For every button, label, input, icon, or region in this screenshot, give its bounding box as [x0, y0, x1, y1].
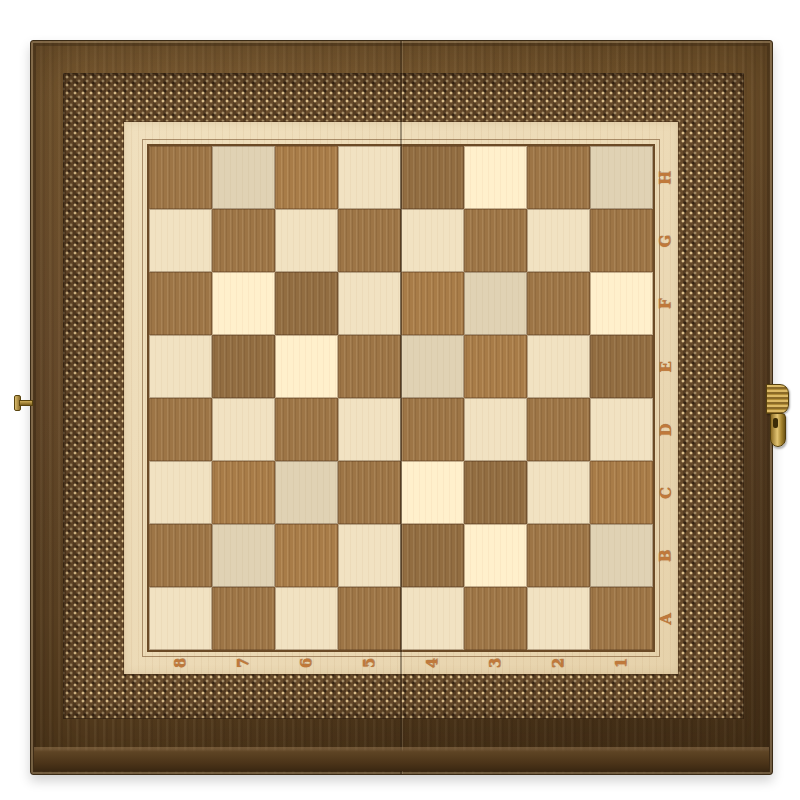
square: [212, 461, 275, 524]
square: [149, 587, 212, 650]
file-label: F: [652, 272, 679, 335]
square: [338, 461, 401, 524]
square: [464, 587, 527, 650]
rank-label-text: 7: [235, 657, 253, 667]
square: [149, 209, 212, 272]
square: [212, 335, 275, 398]
file-label-text: A: [656, 613, 674, 625]
rank-labels: 87654321: [149, 650, 653, 675]
file-label-text: B: [657, 549, 675, 562]
rank-label: 7: [212, 650, 275, 675]
square: [464, 335, 527, 398]
clasp-ridges: [766, 384, 789, 414]
square: [275, 524, 338, 587]
square: [464, 461, 527, 524]
square: [401, 524, 464, 587]
board-bottom-edge: [34, 747, 769, 771]
square: [149, 398, 212, 461]
square: [149, 524, 212, 587]
square: [590, 461, 653, 524]
rank-label: 1: [590, 650, 653, 675]
clasp-notch: [773, 418, 778, 428]
square: [212, 587, 275, 650]
square: [275, 209, 338, 272]
rank-label: 5: [338, 650, 401, 675]
square: [275, 398, 338, 461]
playing-grid: [149, 146, 653, 650]
square: [401, 461, 464, 524]
file-label-text: F: [657, 298, 675, 309]
square: [338, 272, 401, 335]
rank-label-text: 3: [487, 657, 505, 667]
square: [275, 272, 338, 335]
pin-stem: [19, 400, 33, 406]
file-label: E: [652, 335, 679, 398]
file-label-text: E: [657, 361, 675, 372]
rank-label: 4: [401, 650, 464, 675]
square: [527, 524, 590, 587]
square: [275, 587, 338, 650]
square: [590, 272, 653, 335]
square: [149, 335, 212, 398]
square: [590, 209, 653, 272]
rank-label-text: 4: [424, 657, 442, 667]
square: [212, 146, 275, 209]
square: [338, 587, 401, 650]
square: [401, 272, 464, 335]
file-label: C: [652, 461, 679, 524]
square: [275, 461, 338, 524]
square: [527, 272, 590, 335]
square: [590, 587, 653, 650]
rank-label-text: 8: [172, 657, 190, 667]
square: [401, 209, 464, 272]
rank-label: 6: [275, 650, 338, 675]
square: [464, 209, 527, 272]
chess-board: HGFEDCBA 87654321: [30, 40, 773, 775]
square: [401, 587, 464, 650]
square: [275, 335, 338, 398]
brass-clasp: [754, 382, 800, 452]
square: [590, 146, 653, 209]
rank-label-text: 5: [361, 657, 379, 667]
file-label-text: D: [656, 423, 674, 436]
square: [527, 398, 590, 461]
square: [212, 524, 275, 587]
square: [527, 587, 590, 650]
square: [527, 209, 590, 272]
square: [212, 209, 275, 272]
square: [149, 272, 212, 335]
file-label: D: [652, 398, 679, 461]
rank-label-text: 1: [613, 657, 631, 667]
file-labels: HGFEDCBA: [652, 146, 679, 650]
square: [212, 272, 275, 335]
square: [275, 146, 338, 209]
file-label-text: G: [657, 234, 675, 247]
file-label: H: [652, 146, 679, 209]
rank-label: 8: [149, 650, 212, 675]
square: [527, 146, 590, 209]
square: [527, 461, 590, 524]
square: [212, 398, 275, 461]
product-photo: HGFEDCBA 87654321: [0, 0, 800, 800]
rank-label-text: 2: [550, 657, 568, 667]
square: [590, 398, 653, 461]
square: [590, 335, 653, 398]
square: [338, 146, 401, 209]
file-label-text: C: [656, 487, 674, 499]
file-label-text: H: [657, 170, 675, 184]
file-label: B: [652, 524, 679, 587]
rank-label: 2: [527, 650, 590, 675]
square: [464, 272, 527, 335]
square: [338, 209, 401, 272]
file-label: A: [652, 587, 679, 650]
square: [338, 398, 401, 461]
brass-pin: [14, 393, 34, 411]
square: [527, 335, 590, 398]
square: [590, 524, 653, 587]
square: [338, 524, 401, 587]
square: [401, 146, 464, 209]
square: [338, 335, 401, 398]
square: [401, 398, 464, 461]
square: [149, 461, 212, 524]
square: [401, 335, 464, 398]
rank-label-text: 6: [298, 657, 316, 667]
square: [464, 398, 527, 461]
square: [464, 524, 527, 587]
rank-label: 3: [464, 650, 527, 675]
square: [464, 146, 527, 209]
square: [149, 146, 212, 209]
file-label: G: [652, 209, 679, 272]
